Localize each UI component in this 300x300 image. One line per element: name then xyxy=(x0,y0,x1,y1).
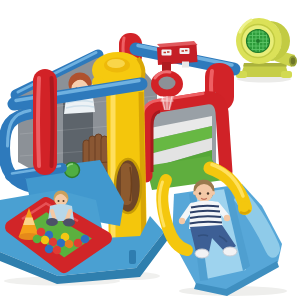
bounce-house-scene xyxy=(0,0,300,300)
porthole-window xyxy=(65,163,80,178)
anchor-tab xyxy=(129,250,136,264)
shoe xyxy=(223,247,237,256)
product-photo xyxy=(0,0,300,300)
blower-foot xyxy=(281,71,292,78)
air-blower xyxy=(236,18,297,78)
shoe xyxy=(195,249,209,258)
